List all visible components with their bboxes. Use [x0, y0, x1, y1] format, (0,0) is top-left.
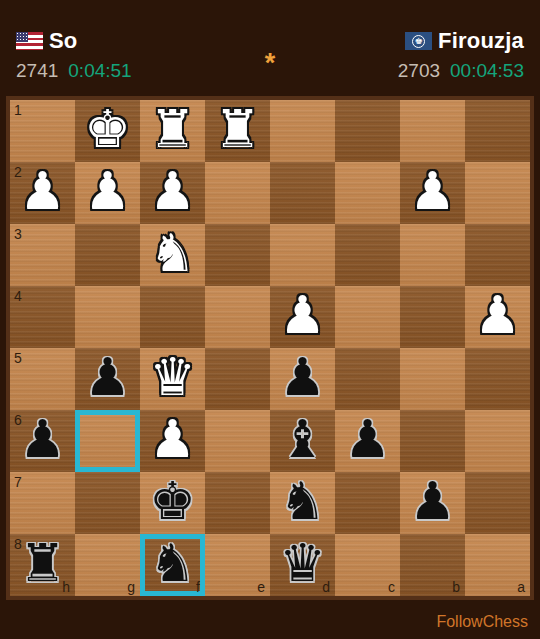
square-h3[interactable]: 3	[10, 224, 75, 286]
square-c7[interactable]	[335, 472, 400, 534]
game-header: So 2741 0:04:51 * ♚ Firouzja 2703 00:04:…	[0, 0, 540, 96]
white-rook[interactable]: ♜	[214, 103, 261, 155]
square-f2[interactable]: ♟	[140, 162, 205, 224]
board-frame: 1♚♜♜2♟♟♟♟3♞4♟♟5♟♛♟6♟♟♝♟7♚♞♟8h♜gf♞ed♛cba	[6, 96, 534, 600]
square-g4[interactable]	[75, 286, 140, 348]
square-b6[interactable]	[400, 410, 465, 472]
square-d6[interactable]: ♝	[270, 410, 335, 472]
square-g7[interactable]	[75, 472, 140, 534]
game-result-marker: *	[265, 50, 276, 77]
square-b5[interactable]	[400, 348, 465, 410]
square-a6[interactable]	[465, 410, 530, 472]
white-pawn[interactable]: ♟	[474, 289, 521, 341]
square-h6[interactable]: 6♟	[10, 410, 75, 472]
square-e1[interactable]: ♜	[205, 100, 270, 162]
file-label-a: a	[517, 580, 525, 594]
square-g5[interactable]: ♟	[75, 348, 140, 410]
white-player-name: So	[49, 28, 78, 54]
white-rook[interactable]: ♜	[149, 103, 196, 155]
rank-label-3: 3	[14, 227, 22, 241]
fide-flag-icon: ♚	[405, 32, 432, 50]
black-player-panel: ♚ Firouzja 2703 00:04:53	[398, 26, 524, 82]
square-g2[interactable]: ♟	[75, 162, 140, 224]
square-c6[interactable]: ♟	[335, 410, 400, 472]
square-e8[interactable]: e	[205, 534, 270, 596]
black-pawn[interactable]: ♟	[409, 475, 456, 527]
square-b4[interactable]	[400, 286, 465, 348]
black-pawn[interactable]: ♟	[84, 351, 131, 403]
square-e3[interactable]	[205, 224, 270, 286]
black-king[interactable]: ♚	[149, 475, 196, 527]
white-player-panel: So 2741 0:04:51	[16, 26, 132, 82]
footer-bar: FollowChess	[0, 604, 540, 639]
square-f5[interactable]: ♛	[140, 348, 205, 410]
square-b1[interactable]	[400, 100, 465, 162]
black-knight[interactable]: ♞	[279, 475, 326, 527]
square-a5[interactable]	[465, 348, 530, 410]
file-label-b: b	[452, 580, 460, 594]
square-c5[interactable]	[335, 348, 400, 410]
white-queen[interactable]: ♛	[149, 351, 196, 403]
square-d3[interactable]	[270, 224, 335, 286]
square-h5[interactable]: 5	[10, 348, 75, 410]
black-pawn[interactable]: ♟	[279, 351, 326, 403]
square-f7[interactable]: ♚	[140, 472, 205, 534]
square-d5[interactable]: ♟	[270, 348, 335, 410]
square-e5[interactable]	[205, 348, 270, 410]
square-c3[interactable]	[335, 224, 400, 286]
black-player-rating: 2703	[398, 60, 440, 82]
square-g1[interactable]: ♚	[75, 100, 140, 162]
white-pawn[interactable]: ♟	[149, 165, 196, 217]
square-f6[interactable]: ♟	[140, 410, 205, 472]
us-flag-icon	[16, 32, 43, 50]
square-h4[interactable]: 4	[10, 286, 75, 348]
square-d4[interactable]: ♟	[270, 286, 335, 348]
rank-label-5: 5	[14, 351, 22, 365]
white-king[interactable]: ♚	[84, 103, 131, 155]
white-pawn[interactable]: ♟	[409, 165, 456, 217]
white-pawn[interactable]: ♟	[149, 413, 196, 465]
square-h2[interactable]: 2♟	[10, 162, 75, 224]
square-h1[interactable]: 1	[10, 100, 75, 162]
square-g3[interactable]	[75, 224, 140, 286]
chess-board[interactable]: 1♚♜♜2♟♟♟♟3♞4♟♟5♟♛♟6♟♟♝♟7♚♞♟8h♜gf♞ed♛cba	[10, 100, 530, 596]
square-a8[interactable]: a	[465, 534, 530, 596]
file-label-e: e	[257, 580, 265, 594]
square-f3[interactable]: ♞	[140, 224, 205, 286]
rank-label-7: 7	[14, 475, 22, 489]
square-f1[interactable]: ♜	[140, 100, 205, 162]
square-e2[interactable]	[205, 162, 270, 224]
square-b8[interactable]: b	[400, 534, 465, 596]
square-f4[interactable]	[140, 286, 205, 348]
square-a2[interactable]	[465, 162, 530, 224]
square-d7[interactable]: ♞	[270, 472, 335, 534]
white-pawn[interactable]: ♟	[84, 165, 131, 217]
square-b3[interactable]	[400, 224, 465, 286]
black-player-clock: 00:04:53	[450, 60, 524, 82]
square-f8[interactable]: f♞	[140, 534, 205, 596]
black-player-name: Firouzja	[438, 28, 524, 54]
square-h8[interactable]: 8h♜	[10, 534, 75, 596]
square-a3[interactable]	[465, 224, 530, 286]
square-a7[interactable]	[465, 472, 530, 534]
black-pawn[interactable]: ♟	[19, 413, 66, 465]
square-a1[interactable]	[465, 100, 530, 162]
square-e6[interactable]	[205, 410, 270, 472]
file-label-c: c	[388, 580, 395, 594]
square-c1[interactable]	[335, 100, 400, 162]
square-c2[interactable]	[335, 162, 400, 224]
black-bishop[interactable]: ♝	[279, 413, 326, 465]
rank-label-4: 4	[14, 289, 22, 303]
white-player-clock: 0:04:51	[68, 60, 131, 82]
square-d1[interactable]	[270, 100, 335, 162]
white-player-rating: 2741	[16, 60, 58, 82]
rank-label-1: 1	[14, 103, 22, 117]
black-queen[interactable]: ♛	[279, 537, 326, 589]
square-g8[interactable]: g	[75, 534, 140, 596]
file-label-f: f	[196, 580, 200, 594]
square-b2[interactable]: ♟	[400, 162, 465, 224]
square-e4[interactable]	[205, 286, 270, 348]
square-b7[interactable]: ♟	[400, 472, 465, 534]
black-rook[interactable]: ♜	[19, 537, 66, 589]
white-knight[interactable]: ♞	[149, 227, 196, 279]
file-label-g: g	[127, 580, 135, 594]
square-g6[interactable]	[75, 410, 140, 472]
square-e7[interactable]	[205, 472, 270, 534]
square-c4[interactable]	[335, 286, 400, 348]
black-knight[interactable]: ♞	[149, 537, 196, 589]
square-d8[interactable]: d♛	[270, 534, 335, 596]
square-c8[interactable]: c	[335, 534, 400, 596]
square-d2[interactable]	[270, 162, 335, 224]
brand-label[interactable]: FollowChess	[436, 613, 528, 631]
white-pawn[interactable]: ♟	[279, 289, 326, 341]
square-a4[interactable]: ♟	[465, 286, 530, 348]
fide-globe-icon: ♚	[412, 35, 425, 48]
square-h7[interactable]: 7	[10, 472, 75, 534]
black-pawn[interactable]: ♟	[344, 413, 391, 465]
white-pawn[interactable]: ♟	[19, 165, 66, 217]
